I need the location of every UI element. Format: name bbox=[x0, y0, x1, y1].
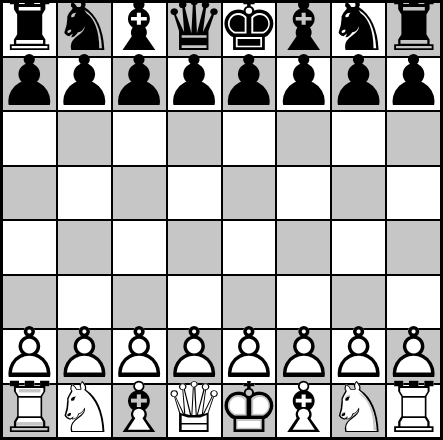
square-b7[interactable]: ♟ bbox=[58, 58, 111, 111]
chess-board: ♜♞♝♛♚♝♞♜♟♟♟♟♟♟♟♟♟♙♟♙♟♙♟♙♟♙♟♙♟♙♟♙♜♖♞♘♝♗♛♕… bbox=[0, 0, 443, 440]
square-h4[interactable] bbox=[387, 221, 440, 274]
square-c7[interactable]: ♟ bbox=[113, 58, 166, 111]
black-piece-glyph: ♟ bbox=[382, 46, 443, 116]
white-knight[interactable]: ♞♘ bbox=[58, 385, 111, 438]
black-piece-glyph: ♟ bbox=[53, 46, 116, 116]
white-rook[interactable]: ♜♖ bbox=[387, 385, 440, 438]
black-pawn[interactable]: ♟ bbox=[113, 58, 166, 111]
square-e7[interactable]: ♟ bbox=[223, 58, 276, 111]
square-g5[interactable] bbox=[332, 167, 385, 220]
black-pawn[interactable]: ♟ bbox=[58, 58, 111, 111]
chess-board-wrapper: ♜♞♝♛♚♝♞♜♟♟♟♟♟♟♟♟♟♙♟♙♟♙♟♙♟♙♟♙♟♙♟♙♜♖♞♘♝♗♛♕… bbox=[0, 0, 443, 440]
square-d7[interactable]: ♟ bbox=[168, 58, 221, 111]
black-piece-glyph: ♟ bbox=[327, 46, 390, 116]
white-piece-outline: ♖ bbox=[382, 373, 443, 440]
black-pawn[interactable]: ♟ bbox=[3, 58, 56, 111]
square-a5[interactable] bbox=[3, 167, 56, 220]
white-queen[interactable]: ♛♕ bbox=[168, 385, 221, 438]
white-piece-outline: ♖ bbox=[0, 373, 61, 440]
square-f5[interactable] bbox=[277, 167, 330, 220]
square-h5[interactable] bbox=[387, 167, 440, 220]
square-c1[interactable]: ♝♗ bbox=[113, 385, 166, 438]
black-piece-glyph: ♟ bbox=[272, 46, 335, 116]
square-b5[interactable] bbox=[58, 167, 111, 220]
black-piece-glyph: ♟ bbox=[0, 46, 61, 116]
black-pawn[interactable]: ♟ bbox=[277, 58, 330, 111]
square-f7[interactable]: ♟ bbox=[277, 58, 330, 111]
square-f4[interactable] bbox=[277, 221, 330, 274]
square-a7[interactable]: ♟ bbox=[3, 58, 56, 111]
white-piece-outline: ♕ bbox=[163, 373, 226, 440]
black-piece-glyph: ♟ bbox=[163, 46, 226, 116]
black-piece-glyph: ♟ bbox=[108, 46, 171, 116]
square-a1[interactable]: ♜♖ bbox=[3, 385, 56, 438]
square-h1[interactable]: ♜♖ bbox=[387, 385, 440, 438]
square-e5[interactable] bbox=[223, 167, 276, 220]
white-piece-outline: ♘ bbox=[327, 373, 390, 440]
white-piece-outline: ♗ bbox=[272, 373, 335, 440]
white-knight[interactable]: ♞♘ bbox=[332, 385, 385, 438]
square-c5[interactable] bbox=[113, 167, 166, 220]
white-piece-outline: ♘ bbox=[53, 373, 116, 440]
white-bishop[interactable]: ♝♗ bbox=[277, 385, 330, 438]
square-g4[interactable] bbox=[332, 221, 385, 274]
black-pawn[interactable]: ♟ bbox=[332, 58, 385, 111]
square-e1[interactable]: ♚♔ bbox=[223, 385, 276, 438]
square-g7[interactable]: ♟ bbox=[332, 58, 385, 111]
white-piece-outline: ♔ bbox=[218, 373, 281, 440]
square-a4[interactable] bbox=[3, 221, 56, 274]
square-f1[interactable]: ♝♗ bbox=[277, 385, 330, 438]
square-h7[interactable]: ♟ bbox=[387, 58, 440, 111]
square-d1[interactable]: ♛♕ bbox=[168, 385, 221, 438]
black-pawn[interactable]: ♟ bbox=[223, 58, 276, 111]
white-bishop[interactable]: ♝♗ bbox=[113, 385, 166, 438]
black-pawn[interactable]: ♟ bbox=[387, 58, 440, 111]
square-e4[interactable] bbox=[223, 221, 276, 274]
white-king[interactable]: ♚♔ bbox=[223, 385, 276, 438]
square-g1[interactable]: ♞♘ bbox=[332, 385, 385, 438]
square-d5[interactable] bbox=[168, 167, 221, 220]
square-b4[interactable] bbox=[58, 221, 111, 274]
square-b1[interactable]: ♞♘ bbox=[58, 385, 111, 438]
white-piece-outline: ♗ bbox=[108, 373, 171, 440]
square-c4[interactable] bbox=[113, 221, 166, 274]
black-piece-glyph: ♟ bbox=[218, 46, 281, 116]
square-d4[interactable] bbox=[168, 221, 221, 274]
black-pawn[interactable]: ♟ bbox=[168, 58, 221, 111]
white-rook[interactable]: ♜♖ bbox=[3, 385, 56, 438]
